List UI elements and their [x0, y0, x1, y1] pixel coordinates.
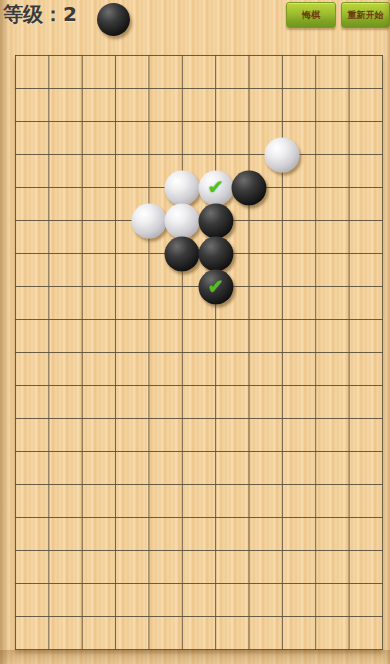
- stone-white: [165, 203, 200, 238]
- stone-black: [198, 203, 233, 238]
- stone-white: [131, 203, 166, 238]
- left-edge-shade: [0, 0, 10, 664]
- board-grid[interactable]: [15, 55, 383, 650]
- stone-black: [232, 170, 267, 205]
- right-edge-shade: [383, 0, 390, 664]
- restart-button[interactable]: 重新开始: [341, 2, 390, 28]
- level-label: 等级：2: [3, 1, 77, 28]
- stone-black: [198, 236, 233, 271]
- gomoku-app-screen: 等级：2 悔棋 重新开始 ✔✔: [0, 0, 390, 664]
- turn-indicator-black-stone: [97, 3, 130, 36]
- stone-black: [165, 236, 200, 271]
- bottom-edge-shade: [0, 650, 390, 664]
- stone-white: [265, 137, 300, 172]
- stone-white: [165, 170, 200, 205]
- undo-button[interactable]: 悔棋: [286, 2, 336, 28]
- last-move-check-icon: ✔: [207, 177, 224, 197]
- stone-white: ✔: [198, 170, 233, 205]
- last-move-check-icon: ✔: [207, 276, 224, 296]
- stone-black: ✔: [198, 269, 233, 304]
